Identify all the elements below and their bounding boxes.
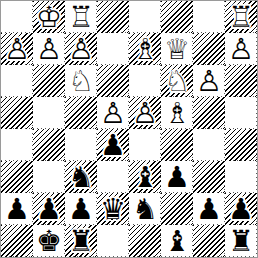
square-a3[interactable]	[225, 65, 257, 97]
piece-black-knight: ♞	[65, 161, 97, 193]
square-c4[interactable]: ♝♗	[161, 97, 193, 129]
piece-white-knight: ♞♘	[161, 65, 193, 97]
square-g8[interactable]: ♚	[33, 225, 65, 257]
square-g5[interactable]	[33, 129, 65, 161]
piece-white-rook: ♜♖	[65, 1, 97, 33]
square-h3[interactable]	[1, 65, 33, 97]
square-f2[interactable]: ♟♙	[65, 33, 97, 65]
piece-white-rook: ♜♖	[225, 1, 257, 33]
piece-white-pawn: ♟♙	[129, 97, 161, 129]
square-a2[interactable]: ♟♙	[225, 33, 257, 65]
piece-black-pawn: ♟	[161, 161, 193, 193]
square-c6[interactable]: ♟	[161, 161, 193, 193]
piece-white-pawn: ♟♙	[193, 65, 225, 97]
square-e1[interactable]	[97, 1, 129, 33]
square-h7[interactable]: ♟	[1, 193, 33, 225]
square-d3[interactable]	[129, 65, 161, 97]
square-h1[interactable]	[1, 1, 33, 33]
piece-white-bishop: ♝♗	[161, 97, 193, 129]
piece-black-pawn: ♟	[33, 193, 65, 225]
square-d8[interactable]	[129, 225, 161, 257]
square-c8[interactable]: ♝	[161, 225, 193, 257]
square-d7[interactable]: ♞	[129, 193, 161, 225]
square-g3[interactable]	[33, 65, 65, 97]
square-b1[interactable]	[193, 1, 225, 33]
piece-black-bishop: ♝	[129, 161, 161, 193]
square-e7[interactable]: ♛	[97, 193, 129, 225]
square-a1[interactable]: ♜♖	[225, 1, 257, 33]
piece-white-queen: ♛♕	[161, 33, 193, 65]
square-e6[interactable]	[97, 161, 129, 193]
square-f1[interactable]: ♜♖	[65, 1, 97, 33]
piece-black-pawn: ♟	[1, 193, 33, 225]
square-g4[interactable]	[33, 97, 65, 129]
square-h6[interactable]	[1, 161, 33, 193]
square-g1[interactable]: ♚♔	[33, 1, 65, 33]
piece-white-king: ♚♔	[33, 1, 65, 33]
chess-diagram: ♚♔♜♖♜♖♟♙♟♙♟♙♝♗♛♕♟♙♞♘♞♘♟♙♟♙♟♙♝♗♟♞♝♟♟♟♟♛♞♟…	[0, 0, 258, 258]
square-c7[interactable]	[161, 193, 193, 225]
square-c2[interactable]: ♛♕	[161, 33, 193, 65]
piece-black-rook: ♜	[65, 225, 97, 257]
square-d1[interactable]	[129, 1, 161, 33]
square-b3[interactable]: ♟♙	[193, 65, 225, 97]
piece-black-king: ♚	[33, 225, 65, 257]
chess-board: ♚♔♜♖♜♖♟♙♟♙♟♙♝♗♛♕♟♙♞♘♞♘♟♙♟♙♟♙♝♗♟♞♝♟♟♟♟♛♞♟…	[1, 1, 257, 257]
square-a6[interactable]	[225, 161, 257, 193]
square-e5[interactable]: ♟	[97, 129, 129, 161]
square-e4[interactable]: ♟♙	[97, 97, 129, 129]
piece-black-pawn: ♟	[97, 129, 129, 161]
piece-black-bishop: ♝	[161, 225, 193, 257]
square-b8[interactable]	[193, 225, 225, 257]
square-c1[interactable]	[161, 1, 193, 33]
square-a5[interactable]	[225, 129, 257, 161]
square-d6[interactable]: ♝	[129, 161, 161, 193]
square-f3[interactable]: ♞♘	[65, 65, 97, 97]
square-f6[interactable]: ♞	[65, 161, 97, 193]
square-h8[interactable]	[1, 225, 33, 257]
piece-black-rook: ♜	[225, 225, 257, 257]
square-b4[interactable]	[193, 97, 225, 129]
square-h4[interactable]	[1, 97, 33, 129]
piece-white-bishop: ♝♗	[129, 33, 161, 65]
piece-white-pawn: ♟♙	[97, 97, 129, 129]
piece-black-pawn: ♟	[225, 193, 257, 225]
square-b5[interactable]	[193, 129, 225, 161]
square-a8[interactable]: ♜	[225, 225, 257, 257]
piece-black-queen: ♛	[97, 193, 129, 225]
square-f7[interactable]: ♟	[65, 193, 97, 225]
square-c5[interactable]	[161, 129, 193, 161]
square-g6[interactable]	[33, 161, 65, 193]
square-f8[interactable]: ♜	[65, 225, 97, 257]
piece-white-knight: ♞♘	[65, 65, 97, 97]
piece-white-pawn: ♟♙	[225, 33, 257, 65]
square-c3[interactable]: ♞♘	[161, 65, 193, 97]
piece-white-pawn: ♟♙	[1, 33, 33, 65]
square-e3[interactable]	[97, 65, 129, 97]
square-d4[interactable]: ♟♙	[129, 97, 161, 129]
square-f5[interactable]	[65, 129, 97, 161]
piece-white-pawn: ♟♙	[65, 33, 97, 65]
square-b6[interactable]	[193, 161, 225, 193]
piece-white-pawn: ♟♙	[33, 33, 65, 65]
square-g2[interactable]: ♟♙	[33, 33, 65, 65]
square-e8[interactable]	[97, 225, 129, 257]
square-b2[interactable]	[193, 33, 225, 65]
piece-black-pawn: ♟	[65, 193, 97, 225]
square-e2[interactable]	[97, 33, 129, 65]
square-b7[interactable]: ♟	[193, 193, 225, 225]
square-h2[interactable]: ♟♙	[1, 33, 33, 65]
piece-black-pawn: ♟	[193, 193, 225, 225]
piece-black-knight: ♞	[129, 193, 161, 225]
square-h5[interactable]	[1, 129, 33, 161]
square-d2[interactable]: ♝♗	[129, 33, 161, 65]
square-a7[interactable]: ♟	[225, 193, 257, 225]
square-f4[interactable]	[65, 97, 97, 129]
square-a4[interactable]	[225, 97, 257, 129]
square-g7[interactable]: ♟	[33, 193, 65, 225]
square-d5[interactable]	[129, 129, 161, 161]
